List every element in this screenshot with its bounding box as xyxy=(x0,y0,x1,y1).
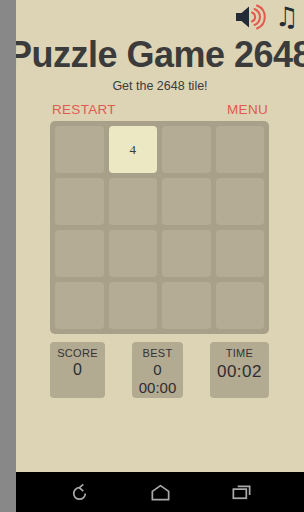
home-button[interactable] xyxy=(149,481,172,504)
recents-button[interactable] xyxy=(230,481,253,504)
board-cell xyxy=(55,230,104,277)
home-icon xyxy=(149,481,172,504)
score-value: 0 xyxy=(57,361,98,379)
music-toggle-button[interactable]: ♫ xyxy=(275,3,299,31)
subtitle: Get the 2648 tile! xyxy=(16,79,304,93)
speaker-with-waves-icon xyxy=(235,3,266,31)
page-title: Puzzle Game 2648 xyxy=(16,34,304,76)
score-box: SCORE 0 xyxy=(50,342,105,398)
board-cell xyxy=(162,230,211,277)
board-cell xyxy=(55,282,104,329)
board-cell xyxy=(162,178,211,225)
board-cell xyxy=(109,230,158,277)
restart-button[interactable]: RESTART xyxy=(52,102,116,117)
title-clip: Puzzle Game 2648 xyxy=(16,34,304,76)
sound-toggle-button[interactable] xyxy=(235,3,266,31)
board-cell xyxy=(216,230,265,277)
board-cell xyxy=(216,126,265,173)
best-box: BEST 0 00:00 xyxy=(132,342,184,398)
time-label: TIME xyxy=(217,347,262,359)
best-time-value: 00:00 xyxy=(139,379,177,396)
recent-apps-icon xyxy=(230,481,253,504)
board-cell xyxy=(216,282,265,329)
board-cell xyxy=(55,178,104,225)
board-cell xyxy=(216,178,265,225)
music-note-icon: ♫ xyxy=(275,3,299,31)
board-cell xyxy=(162,126,211,173)
best-value: 0 xyxy=(139,361,177,378)
scoreboard: SCORE 0 BEST 0 00:00 TIME 00:02 xyxy=(50,342,269,398)
menu-button[interactable]: MENU xyxy=(227,102,268,117)
tile-4-r0c1: 4 xyxy=(109,126,158,173)
best-label: BEST xyxy=(139,347,177,359)
top-toggle-icons: ♫ xyxy=(235,3,299,31)
time-value: 00:02 xyxy=(217,362,262,382)
time-box: TIME 00:02 xyxy=(210,342,269,398)
board-cell xyxy=(162,282,211,329)
back-button[interactable] xyxy=(68,481,91,504)
back-arrow-icon xyxy=(68,481,91,504)
board-cell xyxy=(109,282,158,329)
board-cell xyxy=(55,126,104,173)
android-navbar xyxy=(16,472,304,512)
app-screen: ♫ Puzzle Game 2648 Get the 2648 tile! RE… xyxy=(16,0,304,512)
controls-row: RESTART MENU xyxy=(52,102,268,117)
board-grid[interactable]: 4 xyxy=(50,121,269,334)
score-label: SCORE xyxy=(57,347,98,359)
board-cell xyxy=(109,178,158,225)
